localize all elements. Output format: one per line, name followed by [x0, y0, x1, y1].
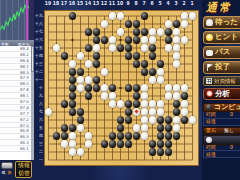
black-stone	[165, 148, 172, 155]
black-player-name: コンピュータ	[214, 102, 240, 112]
row-label: 四	[34, 133, 43, 138]
white-stone	[181, 12, 188, 19]
white-stone	[109, 92, 116, 99]
black-stone	[61, 124, 68, 131]
col-label: 19	[44, 1, 52, 6]
black-stone	[117, 44, 124, 51]
black-stone	[69, 76, 76, 83]
black-stone	[93, 52, 100, 59]
white-stone	[173, 84, 180, 91]
white-stone	[141, 124, 148, 131]
row-label: 三	[34, 141, 43, 146]
row-label: 五	[34, 125, 43, 130]
black-stone	[133, 100, 140, 107]
row-label: 十三	[34, 61, 43, 66]
black-stone	[101, 140, 108, 147]
white-stone	[165, 84, 172, 91]
row-label: 十四	[34, 53, 43, 58]
black-stone	[133, 84, 140, 91]
win-rate-value: 86.8	[20, 128, 29, 133]
black-stone	[149, 44, 156, 51]
white-player-header	[203, 135, 240, 145]
black-stone	[93, 60, 100, 67]
white-stone	[181, 84, 188, 91]
white-stone	[173, 52, 180, 59]
black-stone	[141, 28, 148, 35]
black-stone	[141, 68, 148, 75]
win-rate-value: 88.1	[20, 93, 29, 98]
col-label: 9	[124, 1, 132, 6]
black-stone	[133, 60, 140, 67]
col-label: 5	[156, 1, 164, 6]
black-stone	[77, 108, 84, 115]
white-stone	[141, 116, 148, 123]
info-toggle-line1: 情報	[18, 163, 30, 169]
col-label: 8	[132, 1, 140, 6]
win-rate-value: 88.0	[20, 81, 29, 86]
white-stone	[117, 28, 124, 35]
white-stone	[69, 60, 76, 67]
black-stone	[109, 84, 116, 91]
info-toggle-line2: 切替	[18, 171, 30, 177]
col-label: 15	[76, 1, 84, 6]
row-label: 十一	[34, 77, 43, 82]
white-stone	[141, 108, 148, 115]
white-stone-last-move	[133, 108, 140, 115]
white-stone	[157, 28, 164, 35]
analyze-icon	[206, 90, 213, 97]
black-stone	[157, 132, 164, 139]
win-rate-value: 87.7	[20, 111, 29, 116]
row-label: 十八	[34, 21, 43, 26]
white-stone	[149, 100, 156, 107]
black-stone	[61, 132, 68, 139]
black-stone	[69, 100, 76, 107]
black-stone	[149, 140, 156, 147]
white-stone	[141, 84, 148, 91]
black-stone	[165, 140, 172, 147]
analyze-button[interactable]: 分析	[203, 88, 240, 100]
black-stone	[165, 132, 172, 139]
black-stone	[85, 44, 92, 51]
bulb-icon	[206, 34, 213, 41]
row-label: 十七	[34, 29, 43, 34]
black-stone	[117, 132, 124, 139]
white-stone	[85, 76, 92, 83]
black-stone	[165, 28, 172, 35]
black-stone	[109, 140, 116, 147]
white-player-panel: 時間 0 経過	[203, 135, 240, 158]
black-stone	[93, 84, 100, 91]
white-stone	[141, 132, 148, 139]
black-stone	[181, 116, 188, 123]
black-stone	[173, 108, 180, 115]
white-elapsed-row: 経過	[203, 151, 240, 158]
white-stone	[173, 116, 180, 123]
black-stone	[157, 60, 164, 67]
white-stone	[157, 108, 164, 115]
col-label: 1	[188, 1, 196, 6]
black-stone	[125, 52, 132, 59]
black-stone	[125, 20, 132, 27]
move-list-rows: 88.488.288.488.188.387.988.087.888.187.6…	[0, 46, 31, 152]
row-label: 六	[34, 117, 43, 122]
black-stone	[85, 84, 92, 91]
white-stone	[101, 68, 108, 75]
black-stone	[125, 140, 132, 147]
board-icon	[206, 78, 212, 84]
col-label: 3	[172, 1, 180, 6]
black-stone	[93, 36, 100, 43]
white-stone	[181, 36, 188, 43]
resign-button[interactable]: 投了	[203, 61, 240, 74]
black-stone	[69, 68, 76, 75]
white-stone	[189, 116, 196, 123]
black-stone	[117, 140, 124, 147]
next-move-button[interactable]: »	[7, 169, 12, 176]
white-stone	[165, 44, 172, 51]
white-stone	[181, 108, 188, 115]
black-stone	[157, 124, 164, 131]
black-stone	[117, 116, 124, 123]
col-label: 4	[164, 1, 172, 6]
white-stone	[77, 52, 84, 59]
black-stone	[117, 124, 124, 131]
black-stone	[125, 108, 132, 115]
nav-buttons: « »	[1, 162, 14, 177]
win-rate-value: 87.0	[20, 123, 29, 128]
white-stone	[69, 132, 76, 139]
row-label: 十	[34, 85, 43, 90]
black-stone	[69, 84, 76, 91]
black-stone	[125, 84, 132, 91]
graph-cursor-line	[26, 0, 28, 40]
black-stone	[125, 132, 132, 139]
black-stone	[85, 92, 92, 99]
black-stone	[61, 52, 68, 59]
white-stone	[149, 76, 156, 83]
col-label: 13	[92, 1, 100, 6]
info-toggle-button[interactable]: 情報 切替	[15, 161, 32, 178]
handicap-row: 置石 無し	[203, 127, 240, 135]
black-stone	[141, 60, 148, 67]
black-stone	[77, 68, 84, 75]
mode-label: 通常	[206, 0, 240, 15]
win-rate-value: 86.3	[20, 140, 29, 145]
col-label: 12	[100, 1, 108, 6]
black-stone	[157, 148, 164, 155]
win-rate-value: 87.9	[20, 75, 29, 80]
win-rate-value: 88.2	[20, 52, 29, 57]
glove-icon	[206, 19, 213, 26]
white-stone	[141, 36, 148, 43]
black-stone-icon	[206, 104, 212, 110]
black-stone	[133, 20, 140, 27]
white-stone	[173, 28, 180, 35]
black-stone	[77, 116, 84, 123]
white-stone	[149, 108, 156, 115]
white-stone	[85, 60, 92, 67]
win-rate-value: 88.4	[20, 46, 29, 51]
move-list-row[interactable]: 86.1	[0, 146, 31, 152]
black-stone	[165, 116, 172, 123]
row-label: 九	[34, 93, 43, 98]
white-stone	[77, 84, 84, 91]
black-stone	[69, 124, 76, 131]
win-rate-value: 88.3	[20, 70, 29, 75]
prev-move-button[interactable]: «	[1, 169, 6, 176]
white-stone	[157, 76, 164, 83]
black-stone	[101, 36, 108, 43]
row-label: 十二	[34, 69, 43, 74]
black-stone	[165, 124, 172, 131]
move-list[interactable]: 手数 勝率% 88.488.288.488.188.387.988.087.88…	[0, 40, 34, 160]
white-stone	[149, 116, 156, 123]
black-player-panel: コンピュータ 時間 0 経過	[203, 103, 240, 126]
white-stone	[77, 76, 84, 83]
left-panel: 手数 勝率% 88.488.288.488.188.387.988.087.88…	[0, 0, 34, 180]
white-stone	[77, 148, 84, 155]
row-label: 十五	[34, 45, 43, 50]
app-window: 手数 勝率% 88.488.288.488.188.387.988.087.88…	[0, 0, 240, 180]
white-stone	[85, 132, 92, 139]
black-stone	[149, 52, 156, 59]
white-stone	[165, 20, 172, 27]
white-stone	[69, 148, 76, 155]
row-label: 八	[34, 101, 43, 106]
black-stone	[109, 132, 116, 139]
eval-graph	[0, 0, 29, 40]
win-rate-value: 88.4	[20, 58, 29, 63]
black-stone	[69, 108, 76, 115]
black-stone	[69, 92, 76, 99]
black-stone	[133, 36, 140, 43]
white-stone	[173, 36, 180, 43]
col-label: 14	[84, 1, 92, 6]
white-stone	[69, 140, 76, 147]
col-label: 2	[180, 1, 188, 6]
col-label: 18	[52, 1, 60, 6]
black-stone	[133, 92, 140, 99]
white-stone	[189, 12, 196, 19]
black-stone	[165, 36, 172, 43]
white-stone	[165, 92, 172, 99]
speech-bubble-icon	[206, 50, 213, 56]
hint-button[interactable]: ヒント	[203, 31, 240, 44]
col-label: 6	[148, 1, 156, 6]
row-label: 十六	[34, 37, 43, 42]
black-stone	[125, 44, 132, 51]
col-label: 10	[116, 1, 124, 6]
white-stone	[141, 92, 148, 99]
white-stone	[141, 100, 148, 107]
win-rate-value: 87.6	[20, 99, 29, 104]
eval-graph-line	[0, 0, 29, 40]
black-stone	[157, 140, 164, 147]
white-stone	[157, 100, 164, 107]
black-stone	[85, 28, 92, 35]
undo-button[interactable]: 待った	[203, 16, 240, 29]
black-stone	[53, 132, 60, 139]
white-stone	[181, 100, 188, 107]
black-stone	[181, 92, 188, 99]
board-grid[interactable]	[44, 10, 199, 166]
white-stone	[109, 36, 116, 43]
right-panel: 通常 待った ヒント パス 投了 対局情報 分析 コンピュー	[202, 0, 240, 180]
black-elapsed-row: 経過	[203, 119, 240, 126]
white-stone	[181, 20, 188, 27]
white-stone	[101, 84, 108, 91]
row-label: 七	[34, 109, 43, 114]
white-stone	[141, 44, 148, 51]
last-move-marker	[134, 110, 138, 114]
black-stone	[61, 100, 68, 107]
white-stone	[133, 124, 140, 131]
row-label: 二	[34, 149, 43, 154]
row-label: 十九	[34, 13, 43, 18]
white-stone	[117, 12, 124, 19]
win-rate-value: 87.4	[20, 105, 29, 110]
white-stone	[109, 12, 116, 19]
black-stone	[133, 132, 140, 139]
col-label: 17	[60, 1, 68, 6]
win-rate-value: 87.2	[20, 117, 29, 122]
pass-button[interactable]: パス	[203, 46, 240, 59]
black-stone	[173, 100, 180, 107]
black-stone	[93, 76, 100, 83]
white-stone	[45, 108, 52, 115]
black-stone	[149, 68, 156, 75]
black-stone	[125, 100, 132, 107]
white-stone	[101, 92, 108, 99]
black-stone	[149, 148, 156, 155]
black-stone	[125, 36, 132, 43]
white-stone	[61, 140, 68, 147]
black-stone	[141, 12, 148, 19]
black-stone	[93, 28, 100, 35]
black-stone	[133, 52, 140, 59]
white-stone	[173, 124, 180, 131]
col-label: 16	[68, 1, 76, 6]
white-stone-icon	[206, 137, 212, 143]
white-stone	[157, 68, 164, 75]
black-stone	[69, 12, 76, 19]
game-info-button[interactable]: 対局情報	[203, 76, 240, 86]
row-label: 一	[34, 157, 43, 162]
black-stone	[173, 132, 180, 139]
black-stone	[173, 20, 180, 27]
win-rate-value: 88.1	[20, 64, 29, 69]
white-stone	[149, 28, 156, 35]
white-stone	[173, 92, 180, 99]
white-stone	[149, 36, 156, 43]
black-stone	[157, 116, 164, 123]
white-stone	[173, 44, 180, 51]
win-rate-value: 86.1	[20, 146, 29, 151]
col-label: 7	[140, 1, 148, 6]
goban[interactable]: 19181716151413121110987654321 十九十八十七十六十五…	[34, 0, 202, 180]
black-stone	[133, 28, 140, 35]
white-stone	[173, 60, 180, 67]
left-bottom-bar: « » 情報 切替	[0, 160, 34, 180]
white-stone	[53, 44, 60, 51]
col-label: 11	[108, 1, 116, 6]
win-rate-value: 87.8	[20, 87, 29, 92]
white-stone	[77, 124, 84, 131]
black-stone	[125, 116, 132, 123]
white-stone	[93, 44, 100, 51]
win-rate-value: 86.5	[20, 134, 29, 139]
flag-icon	[206, 64, 213, 71]
white-stone	[101, 20, 108, 27]
white-stone	[109, 100, 116, 107]
white-stone	[85, 140, 92, 147]
white-stone	[109, 44, 116, 51]
white-stone	[117, 100, 124, 107]
